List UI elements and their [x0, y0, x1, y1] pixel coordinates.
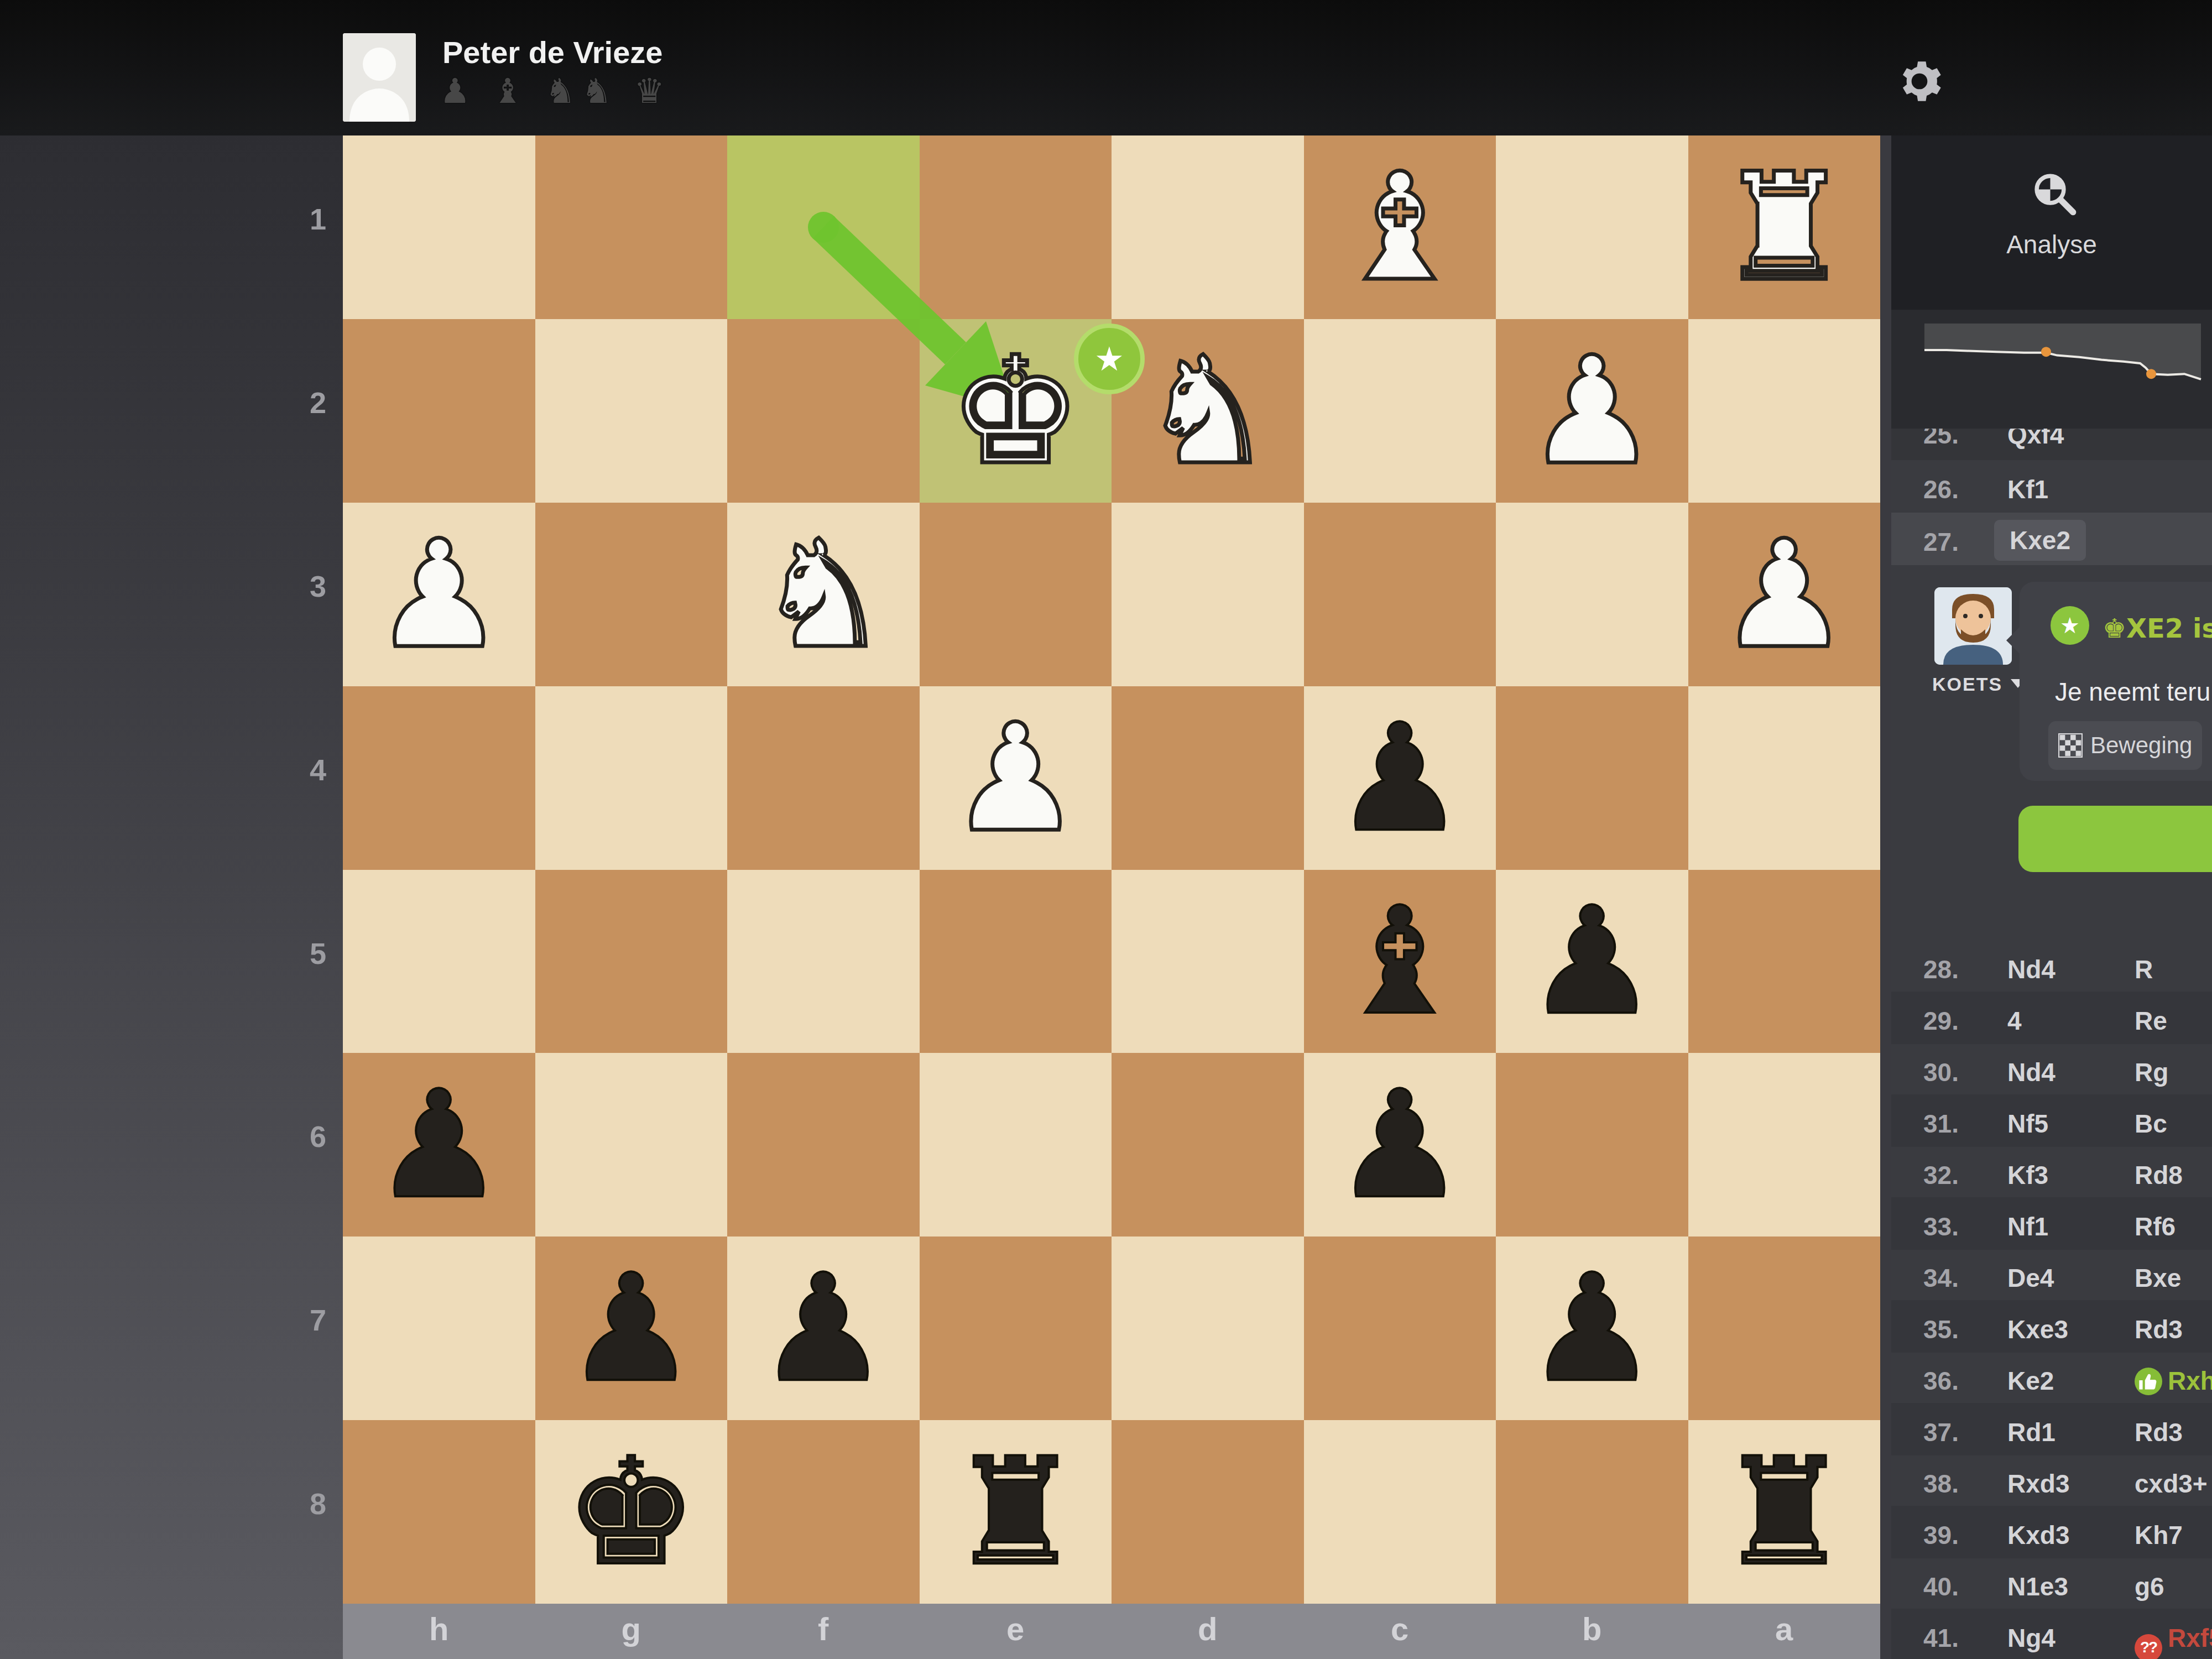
white-move[interactable]: Kxe3 [2007, 1314, 2068, 1344]
square-h6[interactable]: ♟ [343, 1053, 535, 1237]
square-b8[interactable] [1496, 1420, 1688, 1604]
move-number: 28. [1923, 954, 1959, 984]
move-number: 34. [1923, 1263, 1959, 1293]
white-pawn[interactable]: ♟ [1496, 319, 1688, 503]
file-label-strip: hgfedcba [343, 1604, 1880, 1659]
black-move[interactable]: Rd3 [2135, 1417, 2212, 1447]
move-number: 25. [1923, 429, 1959, 450]
square-c5[interactable]: ♝ [1304, 870, 1496, 1053]
rank-label-2: 2 [288, 385, 326, 420]
black-pawn[interactable]: ♟ [343, 1053, 535, 1237]
square-f3[interactable]: ♞ [727, 503, 920, 686]
file-label-c: c [1391, 1610, 1408, 1647]
white-pawn[interactable]: ♟ [343, 503, 535, 686]
move-number: 26. [1923, 474, 1959, 504]
move-row-36[interactable]: 36.Ke2Rxh3 [1891, 1352, 2212, 1404]
move-row-37[interactable]: 37.Rd1Rd3 [1891, 1403, 2212, 1455]
square-e8[interactable]: ♜ [920, 1420, 1112, 1604]
black-rook[interactable]: ♜ [1688, 1420, 1881, 1604]
white-move[interactable]: Kxe2 [1994, 520, 2086, 561]
move-row-32[interactable]: 32.Kf3Rd8 [1891, 1146, 2212, 1198]
square-b2[interactable]: ♟ [1496, 319, 1688, 503]
black-move[interactable]: Rxh3 [2135, 1366, 2212, 1396]
white-move[interactable]: Rxd3 [2007, 1469, 2069, 1499]
file-label-b: b [1582, 1610, 1601, 1647]
move-row-35[interactable]: 35.Kxe3Rd3 [1891, 1300, 2212, 1353]
rank-label-7: 7 [288, 1303, 326, 1337]
blunder-icon: ?? [2135, 1634, 2162, 1659]
square-h7[interactable] [343, 1237, 535, 1420]
square-e6[interactable] [920, 1053, 1112, 1237]
move-number: 33. [1923, 1212, 1959, 1241]
white-move[interactable]: Rd1 [2007, 1417, 2056, 1447]
square-e1[interactable] [920, 135, 1112, 319]
primary-action-button[interactable] [2018, 806, 2212, 872]
show-moves-label: Beweging [2090, 732, 2192, 759]
rank-label-strip: 12345678 [0, 135, 343, 1659]
white-move[interactable]: 4 [2007, 1006, 2022, 1036]
square-a8[interactable]: ♜ [1688, 1420, 1881, 1604]
black-king[interactable]: ♚ [535, 1420, 728, 1604]
move-row-38[interactable]: 38.Rxd3cxd3+ [1891, 1454, 2212, 1507]
mini-board-icon [2058, 733, 2083, 758]
player-avatar[interactable] [343, 33, 416, 122]
move-row-27[interactable]: 27.Kxe2 [1891, 513, 2212, 565]
white-move[interactable]: Nf5 [2007, 1109, 2048, 1139]
rank-label-8: 8 [288, 1486, 326, 1521]
black-move[interactable]: cxd3+ [2135, 1469, 2212, 1499]
analysis-sidebar: Analyse 25.Qxf4 26.Kf127.Kxe2 KOETS ★ ♚X… [1891, 0, 2212, 1659]
rank-label-5: 5 [288, 936, 326, 971]
black-pawn[interactable]: ♟ [727, 1237, 920, 1420]
chat-message-text: Je neemt teru [2055, 677, 2212, 707]
black-move[interactable]: Kh7 [2135, 1520, 2212, 1550]
white-move[interactable]: Nd4 [2007, 954, 2056, 984]
move-number: 36. [1923, 1366, 1959, 1396]
rank-label-6: 6 [288, 1119, 326, 1154]
file-label-f: f [818, 1610, 828, 1647]
move-number: 41. [1923, 1623, 1959, 1653]
move-number: 37. [1923, 1417, 1959, 1447]
square-c8[interactable] [1304, 1420, 1496, 1604]
square-a7[interactable] [1688, 1237, 1881, 1420]
white-bishop[interactable]: ♝ [1304, 135, 1496, 319]
square-g6[interactable] [535, 1053, 728, 1237]
square-g3[interactable] [535, 503, 728, 686]
player-name: Peter de Vrieze [442, 34, 662, 70]
square-h8[interactable] [343, 1420, 535, 1604]
square-h4[interactable] [343, 686, 535, 870]
square-e4[interactable]: ♟ [920, 686, 1112, 870]
white-knight[interactable]: ♞ [727, 503, 920, 686]
file-label-h: h [429, 1610, 448, 1647]
square-g8[interactable]: ♚ [535, 1420, 728, 1604]
app-window: 12345678 hgfedcba ♝♜♚♞♟♟♞♟♟♟♝♟♟♟♟♟♟♚♜♜★ … [0, 0, 2212, 1659]
square-d1[interactable] [1112, 135, 1304, 319]
analysis-magnifier-icon [2030, 169, 2079, 218]
square-a2[interactable] [1688, 319, 1881, 503]
square-f6[interactable] [727, 1053, 920, 1237]
square-b1[interactable] [1496, 135, 1688, 319]
move-number: 35. [1923, 1314, 1959, 1344]
black-pawn[interactable]: ♟ [535, 1237, 728, 1420]
coach-name[interactable]: KOETS [1932, 674, 2002, 695]
black-move[interactable]: ??Rxf5 [2135, 1623, 2212, 1659]
square-h1[interactable] [343, 135, 535, 319]
eval-graph-plot [1891, 310, 2212, 429]
square-b4[interactable] [1496, 686, 1688, 870]
tab-analyse-label: Analyse [1891, 229, 2212, 259]
square-g5[interactable] [535, 870, 728, 1053]
square-d3[interactable] [1112, 503, 1304, 686]
square-a5[interactable] [1688, 870, 1881, 1053]
square-a6[interactable] [1688, 1053, 1881, 1237]
white-move[interactable]: Kf3 [2007, 1160, 2048, 1190]
white-move[interactable]: Nf1 [2007, 1212, 2048, 1241]
square-e7[interactable] [920, 1237, 1112, 1420]
move-number: 38. [1923, 1469, 1959, 1499]
square-e5[interactable] [920, 870, 1112, 1053]
rank-label-4: 4 [288, 753, 326, 787]
square-e3[interactable] [920, 503, 1112, 686]
file-label-e: e [1006, 1610, 1024, 1647]
move-row-30[interactable]: 30.Nd4Rg [1891, 1043, 2212, 1095]
move-row-31[interactable]: 31.Nf5Bc [1891, 1094, 2212, 1147]
square-g4[interactable] [535, 686, 728, 870]
move-number: 30. [1923, 1057, 1959, 1087]
square-f4[interactable] [727, 686, 920, 870]
move-row-39[interactable]: 39.Kxd3Kh7 [1891, 1506, 2212, 1558]
eval-graph[interactable] [1891, 310, 2212, 429]
good-move-icon [2135, 1368, 2162, 1395]
move-number: 40. [1923, 1572, 1959, 1601]
white-move[interactable]: De4 [2007, 1263, 2054, 1293]
black-move[interactable]: Bc [2135, 1109, 2212, 1139]
black-move[interactable]: Re [2135, 1006, 2212, 1036]
coach-chat-bubble: ★ ♚XE2 is Je neemt teru Beweging [2020, 582, 2212, 781]
move-number: 32. [1923, 1160, 1959, 1190]
gear-icon[interactable] [1896, 58, 1943, 105]
black-bishop[interactable]: ♝ [1304, 870, 1496, 1053]
white-move[interactable]: Ke2 [2007, 1366, 2054, 1396]
move-number: 31. [1923, 1109, 1959, 1139]
square-d5[interactable] [1112, 870, 1304, 1053]
black-move[interactable]: Bxe [2135, 1263, 2212, 1293]
chat-move-text: ♚XE2 is [2103, 613, 2212, 644]
square-b3[interactable] [1496, 503, 1688, 686]
black-rook[interactable]: ♜ [920, 1420, 1112, 1604]
square-d8[interactable] [1112, 1420, 1304, 1604]
show-moves-button[interactable]: Beweging [2048, 721, 2202, 770]
move-number: 29. [1923, 1006, 1959, 1036]
file-label-g: g [622, 1610, 641, 1647]
square-c1[interactable]: ♝ [1304, 135, 1496, 319]
square-a4[interactable] [1688, 686, 1881, 870]
white-move[interactable]: Qxf4 [2007, 429, 2064, 450]
black-pawn[interactable]: ♟ [1496, 1237, 1688, 1420]
square-d6[interactable] [1112, 1053, 1304, 1237]
best-move-star-icon: ★ [2051, 606, 2089, 645]
square-c2[interactable] [1304, 319, 1496, 503]
black-move[interactable]: Rg [2135, 1057, 2212, 1087]
move-row-33[interactable]: 33.Nf1Rf6 [1891, 1197, 2212, 1250]
move-row-40[interactable]: 40.N1e3g6 [1891, 1557, 2212, 1610]
square-c6[interactable]: ♟ [1304, 1053, 1496, 1237]
square-b5[interactable]: ♟ [1496, 870, 1688, 1053]
file-label-a: a [1775, 1610, 1793, 1647]
move-number: 27. [1923, 527, 1959, 557]
square-g7[interactable]: ♟ [535, 1237, 728, 1420]
square-c7[interactable] [1304, 1237, 1496, 1420]
rank-label-1: 1 [288, 202, 326, 236]
square-g1[interactable] [535, 135, 728, 319]
top-header: Peter de Vrieze ♟ ♝ ♞♞ ♛ [0, 0, 2212, 135]
move-row-25[interactable]: 25.Qxf4 [1891, 429, 2212, 458]
square-a3[interactable]: ♟ [1688, 503, 1881, 686]
square-f7[interactable]: ♟ [727, 1237, 920, 1420]
black-move[interactable]: g6 [2135, 1572, 2212, 1601]
captured-pieces: ♟ ♝ ♞♞ ♛ [440, 71, 670, 111]
black-pawn[interactable]: ♟ [1304, 1053, 1496, 1237]
black-pawn[interactable]: ♟ [1304, 686, 1496, 870]
square-b7[interactable]: ♟ [1496, 1237, 1688, 1420]
rank-label-3: 3 [288, 569, 326, 603]
square-h5[interactable] [343, 870, 535, 1053]
white-move[interactable]: Kf1 [2007, 474, 2048, 504]
black-move[interactable]: Rd8 [2135, 1160, 2212, 1190]
move-row-29[interactable]: 29.4Re [1891, 992, 2212, 1044]
square-d4[interactable] [1112, 686, 1304, 870]
square-c4[interactable]: ♟ [1304, 686, 1496, 870]
move-row-28[interactable]: 28.Nd4R [1891, 940, 2212, 993]
square-f2[interactable] [727, 319, 920, 503]
square-f5[interactable] [727, 870, 920, 1053]
move-row-34[interactable]: 34.De4Bxe [1891, 1249, 2212, 1301]
square-h2[interactable] [343, 319, 535, 503]
white-move[interactable]: Ng4 [2007, 1623, 2056, 1653]
black-move[interactable]: R [2135, 954, 2212, 984]
white-move[interactable]: Kxd3 [2007, 1520, 2069, 1550]
move-row-26[interactable]: 26.Kf1 [1891, 460, 2212, 513]
black-pawn[interactable]: ♟ [1496, 870, 1688, 1053]
white-move[interactable]: N1e3 [2007, 1572, 2068, 1601]
file-label-d: d [1198, 1610, 1217, 1647]
square-h3[interactable]: ♟ [343, 503, 535, 686]
black-move[interactable]: Rf6 [2135, 1212, 2212, 1241]
coach-avatar[interactable] [1934, 587, 2012, 665]
white-rook[interactable]: ♜ [1688, 135, 1881, 319]
square-a1[interactable]: ♜ [1688, 135, 1881, 319]
chess-board[interactable]: ♝♜♚♞♟♟♞♟♟♟♝♟♟♟♟♟♟♚♜♜★ [343, 135, 1880, 1604]
tab-analyse[interactable]: Analyse [1891, 135, 2212, 311]
square-c3[interactable] [1304, 503, 1496, 686]
square-d7[interactable] [1112, 1237, 1304, 1420]
square-g2[interactable] [535, 319, 728, 503]
black-move[interactable]: Rd3 [2135, 1314, 2212, 1344]
best-move-star-badge: ★ [1074, 324, 1145, 394]
white-pawn[interactable]: ♟ [920, 686, 1112, 870]
move-number: 39. [1923, 1520, 1959, 1550]
square-f8[interactable] [727, 1420, 920, 1604]
square-b6[interactable] [1496, 1053, 1688, 1237]
white-pawn[interactable]: ♟ [1688, 503, 1881, 686]
move-row-41[interactable]: 41.Ng4??Rxf5 [1891, 1609, 2212, 1659]
move-row-partial[interactable]: 25.Qxf4 [1891, 429, 2212, 460]
square-f1[interactable] [727, 135, 920, 319]
white-move[interactable]: Nd4 [2007, 1057, 2056, 1087]
